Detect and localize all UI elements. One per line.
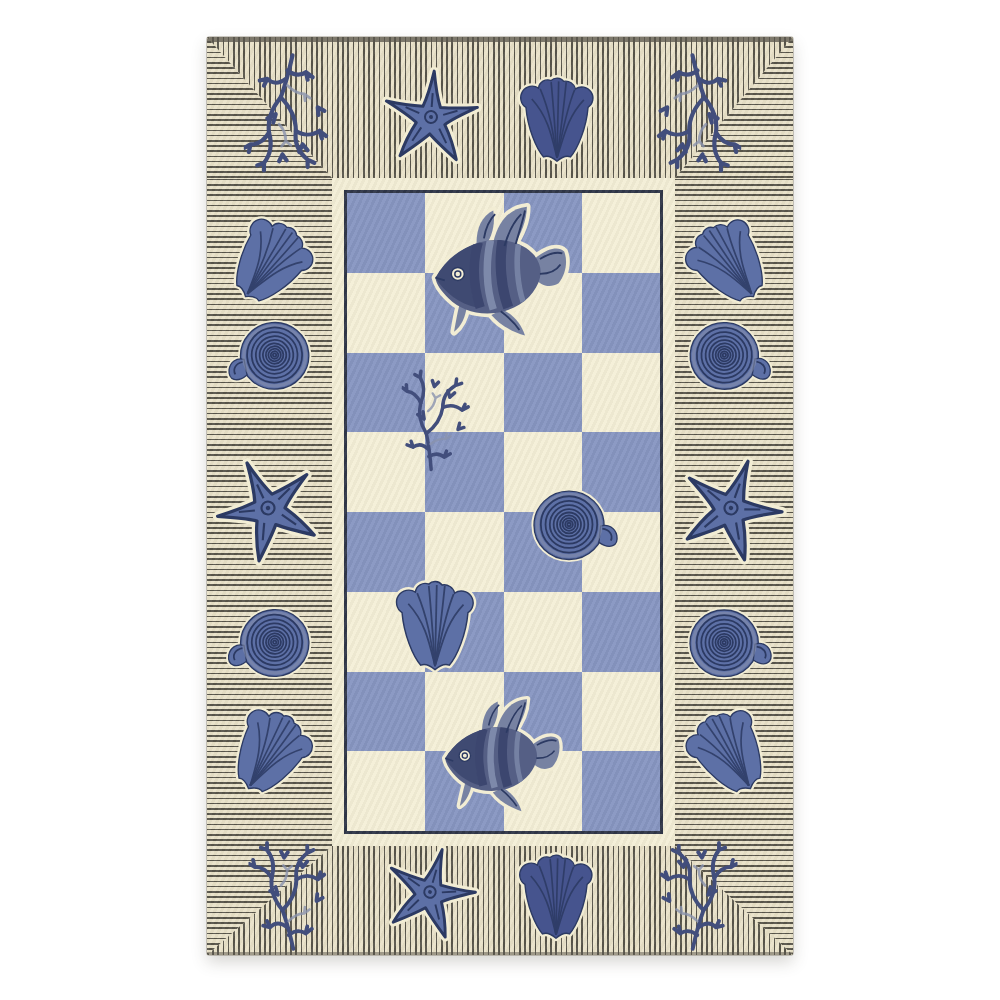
- square-b5: [425, 512, 503, 592]
- checkerboard: [344, 190, 663, 834]
- square-b7: [425, 672, 503, 752]
- square-d4: [582, 432, 660, 512]
- border-corner-top-left: [207, 37, 332, 178]
- square-d1: [582, 193, 660, 273]
- square-c3: [504, 353, 582, 433]
- square-a3: [347, 353, 425, 433]
- square-c6: [504, 592, 582, 672]
- square-c1: [504, 193, 582, 273]
- inner-field-margin: [332, 178, 675, 846]
- square-b3: [425, 353, 503, 433]
- square-c8: [504, 751, 582, 831]
- square-d7: [582, 672, 660, 752]
- border-corner-bottom-left: [207, 846, 332, 955]
- striped-border-right: [675, 178, 793, 846]
- square-a6: [347, 592, 425, 672]
- rug-top-binding: [207, 37, 793, 42]
- square-c5: [504, 512, 582, 592]
- square-b2: [425, 273, 503, 353]
- border-corner-bottom-right: [675, 846, 793, 955]
- square-a8: [347, 751, 425, 831]
- square-b8: [425, 751, 503, 831]
- square-c2: [504, 273, 582, 353]
- square-d5: [582, 512, 660, 592]
- photo-background: [0, 0, 1000, 1000]
- border-corner-top-right: [675, 37, 793, 178]
- striped-border-left: [207, 178, 332, 846]
- nautical-rug: [207, 37, 793, 955]
- rug-bottom-binding: [207, 952, 793, 955]
- square-a5: [347, 512, 425, 592]
- square-d6: [582, 592, 660, 672]
- square-a4: [347, 432, 425, 512]
- square-b1: [425, 193, 503, 273]
- square-d8: [582, 751, 660, 831]
- square-a7: [347, 672, 425, 752]
- square-a1: [347, 193, 425, 273]
- square-c7: [504, 672, 582, 752]
- square-d3: [582, 353, 660, 433]
- square-c4: [504, 432, 582, 512]
- square-d2: [582, 273, 660, 353]
- square-b6: [425, 592, 503, 672]
- square-b4: [425, 432, 503, 512]
- square-a2: [347, 273, 425, 353]
